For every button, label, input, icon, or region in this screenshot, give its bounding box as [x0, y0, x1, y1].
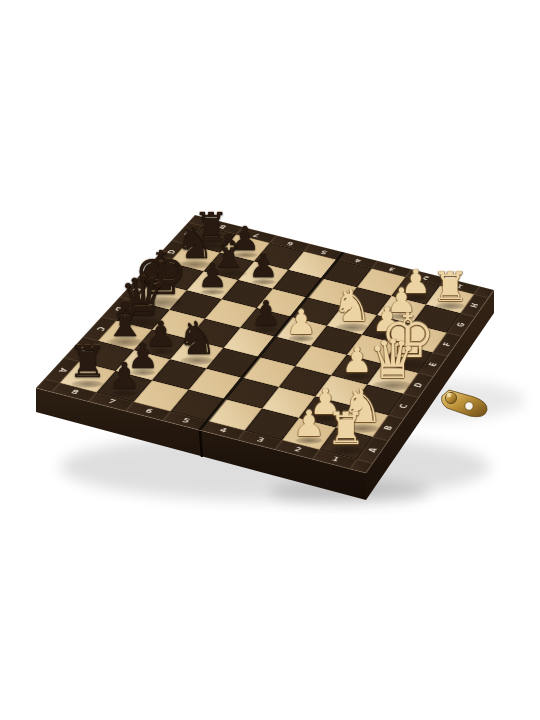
- piece-black-pawn-e5: ♟: [247, 296, 285, 330]
- pieces-layer: ♜♝♛♚♞♜♟♟♟♟♝♟♞♟♟♟♞♟♟♟♟♟♟♜♞♛♚♜: [0, 0, 540, 720]
- piece-black-knight-c6: ♞: [172, 316, 222, 362]
- chess-set-product-photo: AABBCCDDEEFFGGHH8877665544332211 ♜♝♛♚♞♜♟…: [0, 0, 540, 720]
- piece-black-pawn-f7: ♟: [194, 259, 231, 293]
- piece-white-rook-a1: ♜: [322, 407, 370, 451]
- piece-white-pawn-e4: ♟: [283, 305, 321, 339]
- piece-black-pawn-a7: ♟: [105, 358, 144, 394]
- piece-black-pawn-g6: ♟: [245, 249, 282, 282]
